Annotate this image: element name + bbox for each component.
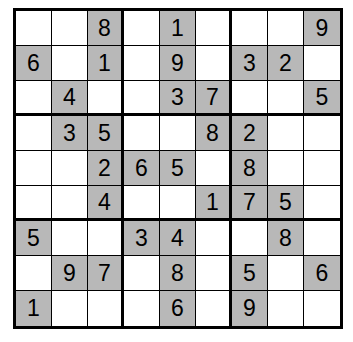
cell-r4c3: 5 [88, 116, 124, 151]
cell-r7c8: 8 [268, 221, 304, 256]
cell-r4c5[interactable] [160, 116, 196, 151]
cell-r9c9[interactable] [304, 291, 340, 326]
cell-r2c9[interactable] [304, 46, 340, 81]
cell-r3c7[interactable] [232, 81, 268, 116]
cell-r4c8[interactable] [268, 116, 304, 151]
cell-r6c6: 1 [196, 186, 232, 221]
cell-r1c3: 8 [88, 11, 124, 46]
cell-r2c2[interactable] [52, 46, 88, 81]
cell-r2c1: 6 [16, 46, 52, 81]
cell-r8c5: 8 [160, 256, 196, 291]
cell-r7c7[interactable] [232, 221, 268, 256]
cell-r6c1[interactable] [16, 186, 52, 221]
cell-r5c5: 5 [160, 151, 196, 186]
sudoku-board: 819619324375358226584175534897856169 [13, 8, 343, 329]
cell-r1c6[interactable] [196, 11, 232, 46]
cell-r9c4[interactable] [124, 291, 160, 326]
cell-r3c2: 4 [52, 81, 88, 116]
cell-r2c6[interactable] [196, 46, 232, 81]
cell-r6c3: 4 [88, 186, 124, 221]
cell-r2c7: 3 [232, 46, 268, 81]
cell-r7c4: 3 [124, 221, 160, 256]
cell-r1c4[interactable] [124, 11, 160, 46]
cell-r1c9: 9 [304, 11, 340, 46]
cell-r7c3[interactable] [88, 221, 124, 256]
cell-r8c3: 7 [88, 256, 124, 291]
cell-r1c1[interactable] [16, 11, 52, 46]
cell-r5c2[interactable] [52, 151, 88, 186]
cell-r7c6[interactable] [196, 221, 232, 256]
cell-r9c1: 1 [16, 291, 52, 326]
cell-r3c4[interactable] [124, 81, 160, 116]
cell-r6c4[interactable] [124, 186, 160, 221]
cell-r8c9: 6 [304, 256, 340, 291]
cell-r8c2: 9 [52, 256, 88, 291]
cell-r5c3: 2 [88, 151, 124, 186]
cell-r3c1[interactable] [16, 81, 52, 116]
cell-r8c8[interactable] [268, 256, 304, 291]
cell-r6c9[interactable] [304, 186, 340, 221]
cell-r5c1[interactable] [16, 151, 52, 186]
cell-r4c4[interactable] [124, 116, 160, 151]
cell-r9c3[interactable] [88, 291, 124, 326]
cell-r5c6[interactable] [196, 151, 232, 186]
cell-r4c1[interactable] [16, 116, 52, 151]
cell-r8c1[interactable] [16, 256, 52, 291]
cell-r8c7: 5 [232, 256, 268, 291]
cell-r3c5: 3 [160, 81, 196, 116]
cell-r7c9[interactable] [304, 221, 340, 256]
cell-r1c7[interactable] [232, 11, 268, 46]
cell-r6c8: 5 [268, 186, 304, 221]
cell-r5c7: 8 [232, 151, 268, 186]
cell-r4c7: 2 [232, 116, 268, 151]
cell-r2c5: 9 [160, 46, 196, 81]
cell-r2c3: 1 [88, 46, 124, 81]
cell-r5c4: 6 [124, 151, 160, 186]
cell-r9c5: 6 [160, 291, 196, 326]
cell-r5c8[interactable] [268, 151, 304, 186]
cell-r3c9: 5 [304, 81, 340, 116]
cell-r7c2[interactable] [52, 221, 88, 256]
cell-r4c6: 8 [196, 116, 232, 151]
cell-r9c7: 9 [232, 291, 268, 326]
sudoku-page: 819619324375358226584175534897856169 [0, 0, 353, 342]
cell-r8c4[interactable] [124, 256, 160, 291]
cell-r4c2: 3 [52, 116, 88, 151]
cell-r2c4[interactable] [124, 46, 160, 81]
cell-r7c5: 4 [160, 221, 196, 256]
cell-r4c9[interactable] [304, 116, 340, 151]
cell-r5c9[interactable] [304, 151, 340, 186]
cell-r1c5: 1 [160, 11, 196, 46]
cell-r1c2[interactable] [52, 11, 88, 46]
cell-r6c5[interactable] [160, 186, 196, 221]
cell-r7c1: 5 [16, 221, 52, 256]
cell-r3c3[interactable] [88, 81, 124, 116]
cell-r6c2[interactable] [52, 186, 88, 221]
cell-r8c6[interactable] [196, 256, 232, 291]
cell-r3c6: 7 [196, 81, 232, 116]
cell-r6c7: 7 [232, 186, 268, 221]
cell-r9c6[interactable] [196, 291, 232, 326]
cell-r9c8[interactable] [268, 291, 304, 326]
cell-r9c2[interactable] [52, 291, 88, 326]
cell-r2c8: 2 [268, 46, 304, 81]
cell-r1c8[interactable] [268, 11, 304, 46]
cell-r3c8[interactable] [268, 81, 304, 116]
